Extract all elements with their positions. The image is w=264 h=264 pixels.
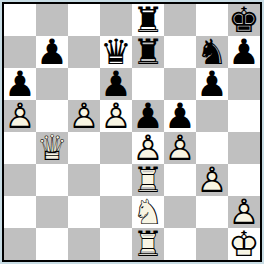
white-piece-fill-glyph: ♜ <box>132 228 164 260</box>
square-c4[interactable] <box>68 132 100 164</box>
black-piece-glyph: ♟ <box>132 100 164 132</box>
square-c7[interactable] <box>68 36 100 68</box>
square-b3[interactable] <box>36 164 68 196</box>
square-f3[interactable] <box>164 164 196 196</box>
piece-white-pawn: ♟♙ <box>164 132 196 164</box>
black-piece-glyph: ♛ <box>100 36 132 68</box>
white-piece-fill-glyph: ♟ <box>100 100 132 132</box>
white-piece-outline-glyph: ♕ <box>36 132 68 164</box>
black-piece-glyph: ♟ <box>4 68 36 100</box>
square-a7[interactable] <box>4 36 36 68</box>
square-f8[interactable] <box>164 4 196 36</box>
white-piece-outline-glyph: ♙ <box>132 132 164 164</box>
piece-white-pawn: ♟♙ <box>100 100 132 132</box>
square-b6[interactable] <box>36 68 68 100</box>
piece-white-knight: ♞♘ <box>132 196 164 228</box>
white-piece-outline-glyph: ♔ <box>228 228 260 260</box>
piece-black-pawn: ♟ <box>164 100 196 132</box>
piece-black-pawn: ♟ <box>36 36 68 68</box>
square-d4[interactable] <box>100 132 132 164</box>
piece-black-pawn: ♟ <box>196 68 228 100</box>
piece-white-pawn: ♟♙ <box>4 100 36 132</box>
square-b2[interactable] <box>36 196 68 228</box>
piece-black-rook: ♜ <box>132 36 164 68</box>
white-piece-fill-glyph: ♟ <box>4 100 36 132</box>
square-g4[interactable] <box>196 132 228 164</box>
square-a2[interactable] <box>4 196 36 228</box>
piece-white-queen: ♛♕ <box>36 132 68 164</box>
white-piece-fill-glyph: ♟ <box>68 100 100 132</box>
square-d1[interactable] <box>100 228 132 260</box>
white-piece-outline-glyph: ♙ <box>100 100 132 132</box>
piece-black-queen: ♛ <box>100 36 132 68</box>
piece-white-rook: ♜♖ <box>132 228 164 260</box>
white-piece-fill-glyph: ♞ <box>132 196 164 228</box>
black-piece-glyph: ♟ <box>36 36 68 68</box>
white-piece-outline-glyph: ♙ <box>228 196 260 228</box>
white-piece-fill-glyph: ♚ <box>228 228 260 260</box>
square-h8[interactable]: ♚ <box>228 4 260 36</box>
square-g6[interactable]: ♟ <box>196 68 228 100</box>
square-h1[interactable]: ♚♔ <box>228 228 260 260</box>
square-d7[interactable]: ♛ <box>100 36 132 68</box>
square-h6[interactable] <box>228 68 260 100</box>
square-c6[interactable] <box>68 68 100 100</box>
black-piece-glyph: ♜ <box>132 36 164 68</box>
white-piece-outline-glyph: ♙ <box>196 164 228 196</box>
square-g1[interactable] <box>196 228 228 260</box>
square-g3[interactable]: ♟♙ <box>196 164 228 196</box>
white-piece-outline-glyph: ♖ <box>132 228 164 260</box>
white-piece-outline-glyph: ♙ <box>164 132 196 164</box>
square-g5[interactable] <box>196 100 228 132</box>
square-d5[interactable]: ♟♙ <box>100 100 132 132</box>
piece-black-rook: ♜ <box>132 4 164 36</box>
white-piece-outline-glyph: ♙ <box>68 100 100 132</box>
square-g2[interactable] <box>196 196 228 228</box>
white-piece-outline-glyph: ♙ <box>4 100 36 132</box>
black-piece-glyph: ♜ <box>132 4 164 36</box>
square-b4[interactable]: ♛♕ <box>36 132 68 164</box>
black-piece-glyph: ♟ <box>164 100 196 132</box>
white-piece-fill-glyph: ♟ <box>196 164 228 196</box>
square-a8[interactable] <box>4 4 36 36</box>
square-a6[interactable]: ♟ <box>4 68 36 100</box>
chess-board: ♜♚♟♛♜♞♟♟♟♟♟♙♟♙♟♙♟♟♛♕♟♙♟♙♜♖♟♙♞♘♟♙♜♖♚♔ <box>2 2 262 262</box>
square-f5[interactable]: ♟ <box>164 100 196 132</box>
square-a1[interactable] <box>4 228 36 260</box>
square-h5[interactable] <box>228 100 260 132</box>
square-d3[interactable] <box>100 164 132 196</box>
square-h3[interactable] <box>228 164 260 196</box>
square-c3[interactable] <box>68 164 100 196</box>
square-e1[interactable]: ♜♖ <box>132 228 164 260</box>
square-f6[interactable] <box>164 68 196 100</box>
square-e2[interactable]: ♞♘ <box>132 196 164 228</box>
square-d8[interactable] <box>100 4 132 36</box>
square-c5[interactable]: ♟♙ <box>68 100 100 132</box>
square-a4[interactable] <box>4 132 36 164</box>
white-piece-fill-glyph: ♜ <box>132 164 164 196</box>
square-e4[interactable]: ♟♙ <box>132 132 164 164</box>
black-piece-glyph: ♟ <box>196 68 228 100</box>
black-piece-glyph: ♟ <box>228 36 260 68</box>
square-g8[interactable] <box>196 4 228 36</box>
square-e5[interactable]: ♟ <box>132 100 164 132</box>
square-a5[interactable]: ♟♙ <box>4 100 36 132</box>
piece-black-knight: ♞ <box>196 36 228 68</box>
square-d6[interactable]: ♟ <box>100 68 132 100</box>
square-b8[interactable] <box>36 4 68 36</box>
square-e7[interactable]: ♜ <box>132 36 164 68</box>
square-e3[interactable]: ♜♖ <box>132 164 164 196</box>
square-f1[interactable] <box>164 228 196 260</box>
square-b7[interactable]: ♟ <box>36 36 68 68</box>
white-piece-fill-glyph: ♟ <box>164 132 196 164</box>
black-piece-glyph: ♟ <box>100 68 132 100</box>
square-b1[interactable] <box>36 228 68 260</box>
square-h4[interactable] <box>228 132 260 164</box>
square-f2[interactable] <box>164 196 196 228</box>
white-piece-outline-glyph: ♘ <box>132 196 164 228</box>
board-frame: ♜♚♟♛♜♞♟♟♟♟♟♙♟♙♟♙♟♟♛♕♟♙♟♙♜♖♟♙♞♘♟♙♜♖♚♔ <box>0 0 264 264</box>
piece-white-king: ♚♔ <box>228 228 260 260</box>
square-a3[interactable] <box>4 164 36 196</box>
piece-black-pawn: ♟ <box>4 68 36 100</box>
square-f7[interactable] <box>164 36 196 68</box>
piece-black-pawn: ♟ <box>228 36 260 68</box>
piece-black-pawn: ♟ <box>132 100 164 132</box>
piece-black-pawn: ♟ <box>100 68 132 100</box>
black-piece-glyph: ♞ <box>196 36 228 68</box>
piece-white-pawn: ♟♙ <box>132 132 164 164</box>
piece-white-pawn: ♟♙ <box>68 100 100 132</box>
white-piece-fill-glyph: ♟ <box>228 196 260 228</box>
piece-black-king: ♚ <box>228 4 260 36</box>
black-piece-glyph: ♚ <box>228 4 260 36</box>
white-piece-fill-glyph: ♛ <box>36 132 68 164</box>
square-c1[interactable] <box>68 228 100 260</box>
square-g7[interactable]: ♞ <box>196 36 228 68</box>
square-c2[interactable] <box>68 196 100 228</box>
square-b5[interactable] <box>36 100 68 132</box>
piece-white-pawn: ♟♙ <box>196 164 228 196</box>
square-h7[interactable]: ♟ <box>228 36 260 68</box>
white-piece-fill-glyph: ♟ <box>132 132 164 164</box>
square-e6[interactable] <box>132 68 164 100</box>
piece-white-pawn: ♟♙ <box>228 196 260 228</box>
white-piece-outline-glyph: ♖ <box>132 164 164 196</box>
square-d2[interactable] <box>100 196 132 228</box>
square-h2[interactable]: ♟♙ <box>228 196 260 228</box>
square-c8[interactable] <box>68 4 100 36</box>
piece-white-rook: ♜♖ <box>132 164 164 196</box>
square-f4[interactable]: ♟♙ <box>164 132 196 164</box>
square-e8[interactable]: ♜ <box>132 4 164 36</box>
